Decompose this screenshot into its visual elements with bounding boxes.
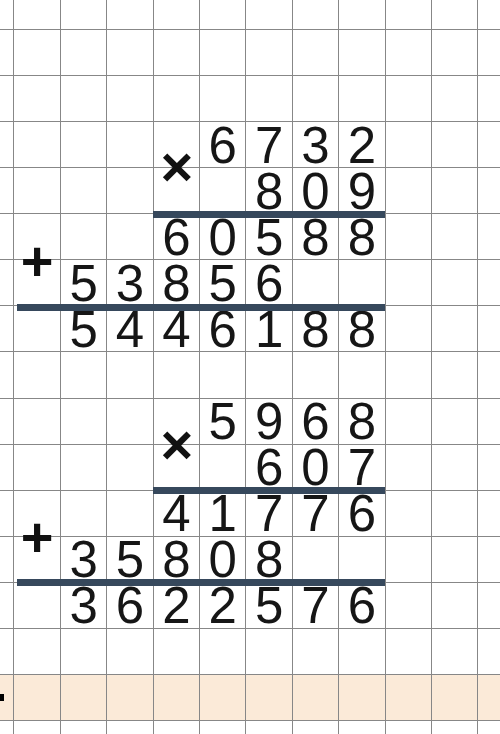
p2-product-digit-4: 5 — [246, 583, 292, 629]
grid-cell — [478, 352, 500, 398]
p1-multiplicand-digit-2: 3 — [292, 122, 338, 168]
edge-mark — [0, 694, 4, 701]
grid-cell — [478, 583, 500, 629]
p2-partial2-digit-4: 8 — [246, 537, 292, 583]
grid-cell — [432, 675, 478, 721]
grid-cell — [154, 629, 200, 675]
grid-cell — [154, 721, 200, 734]
grid-cell — [478, 537, 500, 583]
p2-plus-sign: + — [21, 509, 54, 565]
p1-product-digit-2: 4 — [153, 306, 199, 352]
grid-cell — [478, 721, 500, 734]
p1-multiplier-digit-2: 9 — [339, 168, 385, 214]
grid-cell — [107, 721, 153, 734]
grid-cell — [432, 721, 478, 734]
grid-cell — [386, 721, 432, 734]
grid-cell — [246, 675, 292, 721]
grid-cell — [432, 0, 478, 30]
grid-cell — [14, 721, 60, 734]
p2-partial1-digit-4: 6 — [339, 491, 385, 537]
p2-partial1-digit-0: 4 — [153, 491, 199, 537]
grid-cell — [0, 583, 14, 629]
p2-multiplier-digit-1: 0 — [292, 445, 338, 491]
p2-product-digit-3: 2 — [200, 583, 246, 629]
grid-cell — [478, 260, 500, 306]
p2-multiplier-digit-0: 6 — [246, 445, 292, 491]
grid-cell — [478, 445, 500, 491]
p1-partial1-digit-1: 0 — [200, 214, 246, 260]
grid-cell — [61, 721, 107, 734]
grid-cell — [107, 675, 153, 721]
p1-partial1-digit-3: 8 — [292, 214, 338, 260]
p2-partial1-digit-2: 7 — [246, 491, 292, 537]
grid-cell — [478, 214, 500, 260]
p2-partial2-digit-3: 0 — [200, 537, 246, 583]
digit-layer: 6732809605885385654461885968607417763580… — [14, 30, 478, 629]
p2-multiplicand-digit-3: 8 — [339, 399, 385, 445]
grid-cell — [293, 0, 339, 30]
grid-cell — [432, 629, 478, 675]
p2-partial2-digit-1: 5 — [107, 537, 153, 583]
grid-cell — [386, 675, 432, 721]
p2-product-digit-2: 2 — [153, 583, 199, 629]
p1-plus-sign: + — [21, 233, 54, 289]
grid-cell — [0, 306, 14, 352]
p2-product-digit-1: 6 — [107, 583, 153, 629]
p2-multiplier-rule — [153, 487, 385, 494]
p1-product-digit-3: 6 — [200, 306, 246, 352]
grid-cell — [200, 675, 246, 721]
grid-cell — [61, 629, 107, 675]
grid-cell — [154, 675, 200, 721]
grid-cell — [0, 721, 14, 734]
grid-cell — [0, 260, 14, 306]
grid-cell — [339, 0, 385, 30]
p1-times-sign: × — [160, 139, 193, 195]
grid-cell — [107, 0, 153, 30]
p1-multiplicand-digit-1: 7 — [246, 122, 292, 168]
p2-partial1-digit-3: 7 — [292, 491, 338, 537]
grid-cell — [61, 675, 107, 721]
p2-product-digit-5: 7 — [292, 583, 338, 629]
p2-multiplicand-digit-2: 6 — [292, 399, 338, 445]
grid-cell — [0, 352, 14, 398]
p1-product-digit-0: 5 — [60, 306, 106, 352]
grid-cell — [246, 721, 292, 734]
p1-partial1-digit-2: 5 — [246, 214, 292, 260]
grid-cell — [0, 445, 14, 491]
p1-multiplicand-digit-0: 6 — [200, 122, 246, 168]
grid-cell — [200, 721, 246, 734]
grid-cell — [0, 399, 14, 445]
p2-multiplicand-digit-1: 9 — [246, 399, 292, 445]
grid-cell — [0, 168, 14, 214]
grid-cell — [61, 0, 107, 30]
grid-cell — [0, 491, 14, 537]
grid-cell — [0, 122, 14, 168]
p2-partial1-digit-1: 1 — [200, 491, 246, 537]
grid-cell — [293, 675, 339, 721]
p1-partial1-digit-0: 6 — [153, 214, 199, 260]
grid-cell — [478, 122, 500, 168]
grid-cell — [0, 629, 14, 675]
p2-times-sign: × — [160, 417, 193, 473]
grid-cell — [478, 76, 500, 122]
grid-cell — [14, 0, 60, 30]
grid-cell — [200, 629, 246, 675]
p1-sum-rule — [17, 304, 385, 311]
grid-cell — [0, 0, 14, 30]
p1-partial2-digit-2: 8 — [153, 260, 199, 306]
p1-partial2-digit-1: 3 — [107, 260, 153, 306]
grid-cell — [293, 629, 339, 675]
p1-partial2-digit-3: 5 — [200, 260, 246, 306]
grid-cell — [339, 721, 385, 734]
grid-cell — [478, 306, 500, 352]
p1-multiplier-digit-1: 0 — [292, 168, 338, 214]
p1-partial1-digit-4: 8 — [339, 214, 385, 260]
p2-partial2-digit-2: 8 — [153, 537, 199, 583]
grid-cell — [0, 537, 14, 583]
p2-partial2-digit-0: 3 — [60, 537, 106, 583]
grid-cell — [386, 629, 432, 675]
p1-product-digit-1: 4 — [107, 306, 153, 352]
squared-paper-worksheet: 6732809605885385654461885968607417763580… — [0, 0, 500, 734]
grid-cell — [339, 629, 385, 675]
grid-cell — [200, 0, 246, 30]
p2-multiplier-digit-2: 7 — [339, 445, 385, 491]
p2-product-digit-6: 6 — [339, 583, 385, 629]
grid-cell — [107, 629, 153, 675]
p2-multiplicand-digit-0: 5 — [200, 399, 246, 445]
p1-product-digit-6: 8 — [339, 306, 385, 352]
grid-cell — [478, 675, 500, 721]
p1-product-digit-5: 8 — [292, 306, 338, 352]
p2-sum-rule — [17, 579, 385, 586]
p1-multiplicand-digit-3: 2 — [339, 122, 385, 168]
grid-cell — [14, 675, 60, 721]
grid-cell — [14, 629, 60, 675]
grid-cell — [246, 629, 292, 675]
p1-multiplier-digit-0: 8 — [246, 168, 292, 214]
grid-cell — [478, 30, 500, 76]
grid-cell — [478, 399, 500, 445]
p1-product-digit-4: 1 — [246, 306, 292, 352]
p2-product-digit-0: 3 — [60, 583, 106, 629]
grid-cell — [478, 168, 500, 214]
grid-cell — [293, 721, 339, 734]
grid-cell — [0, 214, 14, 260]
grid-cell — [246, 0, 292, 30]
grid-cell — [478, 491, 500, 537]
grid-cell — [339, 675, 385, 721]
grid-cell — [478, 0, 500, 30]
p1-multiplier-rule — [153, 211, 385, 218]
grid-cell — [0, 30, 14, 76]
grid-cell — [154, 0, 200, 30]
p1-partial2-digit-4: 6 — [246, 260, 292, 306]
grid-cell — [386, 0, 432, 30]
grid-cell — [478, 629, 500, 675]
p1-partial2-digit-0: 5 — [60, 260, 106, 306]
grid-cell — [0, 76, 14, 122]
